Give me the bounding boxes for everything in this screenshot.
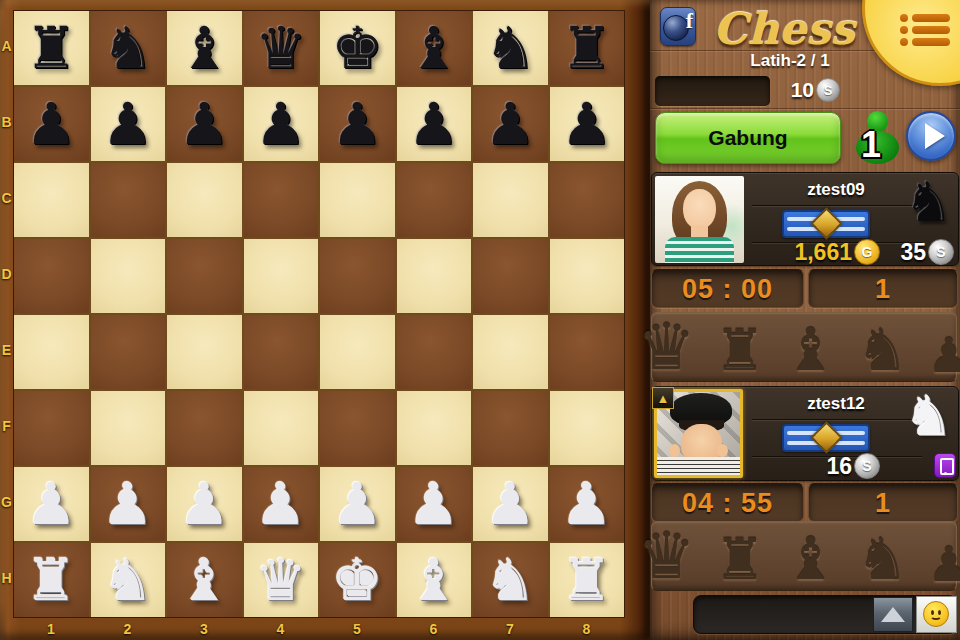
chat-expand-button[interactable]: [873, 597, 913, 632]
divider: [752, 419, 922, 420]
row-label-G: G: [0, 494, 13, 510]
col-label-2: 2: [90, 621, 166, 637]
square-H7[interactable]: ♞: [473, 543, 548, 617]
square-D7[interactable]: [473, 239, 548, 313]
gold-coin-icon: G: [854, 239, 880, 265]
rating-diamond-icon: [810, 207, 843, 240]
black-rook[interactable]: ♜: [561, 19, 613, 77]
square-H2[interactable]: ♞: [91, 543, 166, 617]
col-label-1: 1: [13, 621, 89, 637]
white-knight-icon: ♞: [904, 387, 950, 445]
black-pawn[interactable]: ♟: [331, 95, 383, 153]
divider: [752, 205, 922, 206]
play-button[interactable]: [906, 111, 956, 161]
col-label-4: 4: [243, 621, 319, 637]
square-C5[interactable]: [320, 163, 395, 237]
square-D5[interactable]: [320, 239, 395, 313]
rating-bar: [782, 424, 870, 452]
rating-diamond-icon: [810, 421, 843, 454]
square-G6[interactable]: ♟: [397, 467, 472, 541]
square-B3[interactable]: ♟: [167, 87, 242, 161]
level-up-badge-icon: ▲: [652, 387, 674, 409]
white-bishop[interactable]: ♝: [408, 551, 460, 609]
white-rook[interactable]: ♜: [561, 551, 613, 609]
square-G3[interactable]: ♟: [167, 467, 242, 541]
move-count-ztest12: 1: [808, 483, 958, 522]
white-bishop[interactable]: ♝: [178, 551, 230, 609]
square-C7[interactable]: [473, 163, 548, 237]
silver-balance: 35 S: [900, 239, 954, 265]
square-H5[interactable]: ♚: [320, 543, 395, 617]
black-pawn[interactable]: ♟: [25, 95, 77, 153]
square-D3[interactable]: [167, 239, 242, 313]
col-label-6: 6: [396, 621, 472, 637]
square-C3[interactable]: [167, 163, 242, 237]
captured-slot-rook: ♜: [714, 531, 765, 588]
black-bishop[interactable]: ♝: [178, 19, 230, 77]
square-G7[interactable]: ♟: [473, 467, 548, 541]
square-A5[interactable]: ♚: [320, 11, 395, 85]
square-A7[interactable]: ♞: [473, 11, 548, 85]
square-H4[interactable]: ♛: [244, 543, 319, 617]
emoji-button[interactable]: [916, 596, 957, 633]
black-king[interactable]: ♚: [331, 19, 383, 77]
square-E3[interactable]: [167, 315, 242, 389]
square-F6[interactable]: [397, 391, 472, 465]
white-knight[interactable]: ♞: [484, 551, 536, 609]
row-label-F: F: [0, 418, 13, 434]
square-F2[interactable]: [91, 391, 166, 465]
chess-board[interactable]: ♜♞♝♛♚♝♞♜♟♟♟♟♟♟♟♟♟♟♟♟♟♟♟♟♜♞♝♛♚♝♞♜: [13, 10, 625, 618]
chess-board-frame: ♜♞♝♛♚♝♞♜♟♟♟♟♟♟♟♟♟♟♟♟♟♟♟♟♜♞♝♛♚♝♞♜ ABCDEFG…: [0, 0, 650, 640]
col-label-8: 8: [549, 621, 625, 637]
stake-slot[interactable]: [655, 76, 770, 106]
square-A1[interactable]: ♜: [14, 11, 89, 85]
play-icon: [925, 123, 945, 149]
black-pawn[interactable]: ♟: [178, 95, 230, 153]
square-B4[interactable]: ♟: [244, 87, 319, 161]
spectator-count: 1: [861, 124, 881, 166]
black-knight[interactable]: ♞: [102, 19, 154, 77]
square-D1[interactable]: [14, 239, 89, 313]
row-label-A: A: [0, 38, 13, 54]
square-A4[interactable]: ♛: [244, 11, 319, 85]
white-knight[interactable]: ♞: [102, 551, 154, 609]
square-C6[interactable]: [397, 163, 472, 237]
silver-coin-icon: S: [854, 453, 880, 479]
white-rook[interactable]: ♜: [25, 551, 77, 609]
hamburger-menu-icon[interactable]: [900, 10, 952, 50]
square-F4[interactable]: [244, 391, 319, 465]
square-H3[interactable]: ♝: [167, 543, 242, 617]
chess-app-screen: ♜♞♝♛♚♝♞♜♟♟♟♟♟♟♟♟♟♟♟♟♟♟♟♟♜♞♝♛♚♝♞♜ ABCDEFG…: [0, 0, 960, 640]
square-A3[interactable]: ♝: [167, 11, 242, 85]
square-B7[interactable]: ♟: [473, 87, 548, 161]
player-panel-ztest09: ztest09 ♞ 1,661 G 35 S: [651, 172, 959, 266]
square-F5[interactable]: [320, 391, 395, 465]
rating-bar: [782, 210, 870, 238]
square-A2[interactable]: ♞: [91, 11, 166, 85]
square-H8[interactable]: ♜: [550, 543, 625, 617]
square-E5[interactable]: [320, 315, 395, 389]
captured-slot-rook: ♜: [714, 322, 765, 379]
captured-slot-pawn: ♟: [927, 540, 960, 588]
white-pawn[interactable]: ♟: [102, 475, 154, 533]
captured-slot-bishop: ♝: [784, 320, 837, 379]
square-B5[interactable]: ♟: [320, 87, 395, 161]
square-E8[interactable]: [550, 315, 625, 389]
square-C8[interactable]: [550, 163, 625, 237]
silver-coin-icon: S: [816, 78, 840, 102]
white-pawn[interactable]: ♟: [408, 475, 460, 533]
square-D4[interactable]: [244, 239, 319, 313]
square-B8[interactable]: ♟: [550, 87, 625, 161]
captured-slot-bishop: ♝: [784, 529, 837, 588]
captured-tray-ztest12: ♛♜♝♞♟: [651, 521, 957, 591]
captured-slot-queen: ♛: [638, 524, 695, 588]
square-H6[interactable]: ♝: [397, 543, 472, 617]
square-E6[interactable]: [397, 315, 472, 389]
square-F1[interactable]: [14, 391, 89, 465]
square-C4[interactable]: [244, 163, 319, 237]
join-button[interactable]: Gabung: [655, 112, 841, 164]
row-label-B: B: [0, 114, 13, 130]
square-G4[interactable]: ♟: [244, 467, 319, 541]
square-B1[interactable]: ♟: [14, 87, 89, 161]
white-pawn[interactable]: ♟: [255, 475, 307, 533]
logo-f-letter: f: [686, 10, 693, 32]
white-pawn[interactable]: ♟: [484, 475, 536, 533]
side-panel: f Chess Latih-2 / 1 10 S Gabung 1: [650, 0, 960, 640]
square-A8[interactable]: ♜: [550, 11, 625, 85]
square-C2[interactable]: [91, 163, 166, 237]
silver-coin-icon: S: [928, 239, 954, 265]
row-label-E: E: [0, 342, 13, 358]
black-knight-icon: ♞: [904, 173, 950, 231]
black-bishop[interactable]: ♝: [408, 19, 460, 77]
square-H1[interactable]: ♜: [14, 543, 89, 617]
silver-value: 35: [900, 239, 926, 266]
col-label-7: 7: [472, 621, 548, 637]
row-label-D: D: [0, 266, 13, 282]
silver-balance: 16 S: [826, 453, 880, 479]
white-pawn[interactable]: ♟: [331, 475, 383, 533]
square-F8[interactable]: [550, 391, 625, 465]
square-E1[interactable]: [14, 315, 89, 389]
player-name: ztest09: [748, 180, 924, 200]
stake-value: 10: [791, 78, 814, 102]
timer-ztest12: 04 : 55: [651, 483, 804, 522]
black-pawn[interactable]: ♟: [484, 95, 536, 153]
square-F7[interactable]: [473, 391, 548, 465]
square-E4[interactable]: [244, 315, 319, 389]
divider: [650, 108, 960, 109]
col-label-5: 5: [319, 621, 395, 637]
captured-slot-queen: ♛: [638, 315, 695, 379]
row-label-C: C: [0, 190, 13, 206]
room-label: Latih-2 / 1: [680, 51, 900, 71]
gold-balance: 1,661 G: [794, 239, 880, 265]
smiley-icon: [923, 601, 949, 627]
square-C1[interactable]: [14, 163, 89, 237]
captured-tray-ztest09: ♛♜♝♞♟: [651, 312, 957, 382]
black-pawn[interactable]: ♟: [255, 95, 307, 153]
spectator-indicator[interactable]: 1: [852, 110, 904, 166]
stake-row: 10 S: [768, 76, 840, 104]
black-pawn[interactable]: ♟: [102, 95, 154, 153]
white-pawn[interactable]: ♟: [25, 475, 77, 533]
square-D6[interactable]: [397, 239, 472, 313]
player-panel-ztest12: ▲ ztest12 ♞ 16 S: [651, 386, 959, 481]
captured-slot-knight: ♞: [856, 321, 908, 379]
black-pawn[interactable]: ♟: [561, 95, 613, 153]
captured-slot-knight: ♞: [856, 530, 908, 588]
timer-ztest09: 05 : 00: [651, 269, 804, 308]
square-G5[interactable]: ♟: [320, 467, 395, 541]
white-pawn[interactable]: ♟: [178, 475, 230, 533]
row-label-H: H: [0, 570, 13, 586]
avatar-ztest09[interactable]: [655, 176, 744, 263]
white-king[interactable]: ♚: [331, 551, 383, 609]
white-queen[interactable]: ♛: [255, 551, 307, 609]
square-G8[interactable]: ♟: [550, 467, 625, 541]
square-F3[interactable]: [167, 391, 242, 465]
square-E2[interactable]: [91, 315, 166, 389]
move-count-ztest09: 1: [808, 269, 958, 308]
col-label-3: 3: [166, 621, 242, 637]
player-name: ztest12: [748, 394, 924, 414]
black-queen[interactable]: ♛: [255, 19, 307, 77]
app-logo-f-icon[interactable]: f: [660, 7, 696, 46]
black-rook[interactable]: ♜: [25, 19, 77, 77]
square-B2[interactable]: ♟: [91, 87, 166, 161]
gold-value: 1,661: [794, 239, 852, 266]
square-B6[interactable]: ♟: [397, 87, 472, 161]
square-D2[interactable]: [91, 239, 166, 313]
captured-slot-pawn: ♟: [927, 331, 960, 379]
up-arrow-icon: [881, 607, 905, 622]
mobile-device-icon: [934, 453, 956, 478]
black-pawn[interactable]: ♟: [408, 95, 460, 153]
square-G2[interactable]: ♟: [91, 467, 166, 541]
app-title: Chess: [696, 2, 872, 56]
square-E7[interactable]: [473, 315, 548, 389]
square-A6[interactable]: ♝: [397, 11, 472, 85]
square-D8[interactable]: [550, 239, 625, 313]
black-knight[interactable]: ♞: [484, 19, 536, 77]
square-G1[interactable]: ♟: [14, 467, 89, 541]
silver-value: 16: [826, 453, 852, 480]
white-pawn[interactable]: ♟: [561, 475, 613, 533]
